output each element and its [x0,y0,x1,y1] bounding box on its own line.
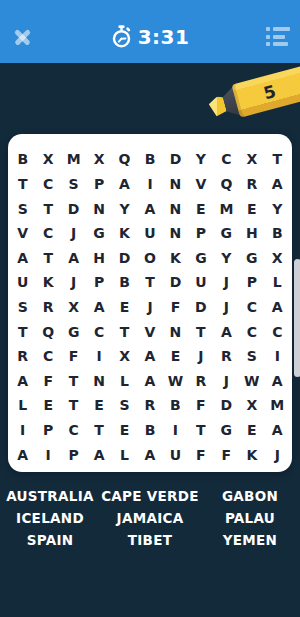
grid-cell-r11c2[interactable]: E [35,393,60,418]
grid-cell-r8c9[interactable]: A [214,319,239,344]
grid-cell-r5c11[interactable]: X [265,245,290,270]
word-search-screen: 3:31 5 BXMXQBDYCXTTCSPAINVQRASTDNYANEMEY… [0,0,300,617]
grid-cell-r3c5[interactable]: Y [112,196,137,221]
grid-cell-r4c7[interactable]: N [163,221,188,246]
grid-cell-r6c8[interactable]: U [188,270,213,295]
grid-cell-r13c4[interactable]: A [86,442,111,467]
grid-cell-r12c7[interactable]: I [163,418,188,443]
grid-cell-r7c9[interactable]: J [214,295,239,320]
grid-cell-r6c6[interactable]: T [137,270,162,295]
grid-cell-r5c7[interactable]: K [163,245,188,270]
grid-cell-r9c7[interactable]: E [163,344,188,369]
grid-cell-r10c10[interactable]: W [239,369,264,394]
grid-cell-r11c3[interactable]: T [61,393,86,418]
grid-cell-r12c3[interactable]: C [61,418,86,443]
grid-cell-r9c2[interactable]: C [35,344,60,369]
grid-cell-r8c6[interactable]: V [137,319,162,344]
grid-cell-r1c1[interactable]: B [10,147,35,172]
grid-cell-r3c3[interactable]: D [61,196,86,221]
highlighter-icon: 5 [232,65,300,118]
grid-cell-r3c6[interactable]: A [137,196,162,221]
grid-cell-r4c5[interactable]: K [112,221,137,246]
grid-cell-r13c1[interactable]: A [10,442,35,467]
close-icon [14,28,31,45]
grid-cell-r12c4[interactable]: T [86,418,111,443]
grid-cell-r7c3[interactable]: X [61,295,86,320]
grid-cell-r7c11[interactable]: A [265,295,290,320]
grid-cell-r5c2[interactable]: T [35,245,60,270]
grid-cell-r10c6[interactable]: A [137,369,162,394]
grid-cell-r3c10[interactable]: E [239,196,264,221]
hint-button[interactable]: 5 [205,60,300,127]
grid-cell-r13c6[interactable]: A [137,442,162,467]
grid-cell-r9c9[interactable]: R [214,344,239,369]
grid-cell-r7c2[interactable]: R [35,295,60,320]
grid-cell-r11c1[interactable]: L [10,393,35,418]
grid-cell-r2c3[interactable]: S [61,172,86,197]
grid-cell-r1c7[interactable]: D [163,147,188,172]
grid-cell-r9c4[interactable]: I [86,344,111,369]
grid-cell-r6c1[interactable]: U [10,270,35,295]
grid-cell-r6c10[interactable]: P [239,270,264,295]
grid-cell-r12c1[interactable]: I [10,418,35,443]
grid-cell-r12c11[interactable]: A [265,418,290,443]
grid-cell-r7c4[interactable]: A [86,295,111,320]
grid-cell-r2c2[interactable]: C [35,172,60,197]
grid-cell-r13c5[interactable]: L [112,442,137,467]
word-iceland: ICELAND [0,507,100,529]
grid-cell-r6c9[interactable]: J [214,270,239,295]
grid-cell-r8c10[interactable]: C [239,319,264,344]
grid-cell-r11c5[interactable]: S [112,393,137,418]
grid-cell-r9c11[interactable]: I [265,344,290,369]
grid-cell-r2c10[interactable]: R [239,172,264,197]
grid-cell-r5c1[interactable]: A [10,245,35,270]
grid-cell-r8c7[interactable]: N [163,319,188,344]
grid-cell-r3c4[interactable]: N [86,196,111,221]
word-list: AUSTRALIACAPE VERDEGABONICELANDJAMAICAPA… [0,485,300,551]
grid-cell-r4c11[interactable]: B [265,221,290,246]
grid-cell-r8c1[interactable]: T [10,319,35,344]
grid-cell-r7c5[interactable]: E [112,295,137,320]
grid-cell-r9c10[interactable]: S [239,344,264,369]
grid-cell-r5c9[interactable]: Y [214,245,239,270]
grid-cell-r11c9[interactable]: D [214,393,239,418]
grid-cell-r11c10[interactable]: X [239,393,264,418]
grid-cell-r5c5[interactable]: D [112,245,137,270]
grid-cell-r2c7[interactable]: N [163,172,188,197]
grid-cell-r10c11[interactable]: A [265,369,290,394]
grid-cell-r3c7[interactable]: N [163,196,188,221]
grid-cell-r7c1[interactable]: S [10,295,35,320]
grid-cell-r3c11[interactable]: Y [265,196,290,221]
grid-cell-r6c11[interactable]: L [265,270,290,295]
grid-cell-r12c2[interactable]: P [35,418,60,443]
grid-cell-r10c5[interactable]: L [112,369,137,394]
word-tibet: TIBET [100,529,200,551]
grid-cell-r2c4[interactable]: P [86,172,111,197]
grid-cell-r1c4[interactable]: X [86,147,111,172]
grid-cell-r7c7[interactable]: F [163,295,188,320]
grid-cell-r6c4[interactable]: P [86,270,111,295]
hint-count-badge: 5 [261,81,278,103]
grid-cell-r12c9[interactable]: G [214,418,239,443]
grid-cell-r5c10[interactable]: G [239,245,264,270]
grid-cell-r4c4[interactable]: G [86,221,111,246]
grid-cell-r10c8[interactable]: R [188,369,213,394]
grid-cell-r12c10[interactable]: E [239,418,264,443]
grid-cell-r8c5[interactable]: T [112,319,137,344]
grid-cell-r9c8[interactable]: J [188,344,213,369]
grid-cell-r4c3[interactable]: J [61,221,86,246]
grid-cell-r8c4[interactable]: C [86,319,111,344]
grid-cell-r10c3[interactable]: T [61,369,86,394]
top-bar: 3:31 [0,0,300,63]
grid-cell-r5c4[interactable]: H [86,245,111,270]
grid-cell-r12c6[interactable]: B [137,418,162,443]
grid-cell-r1c2[interactable]: X [35,147,60,172]
grid-cell-r13c9[interactable]: F [214,442,239,467]
grid-cell-r10c4[interactable]: N [86,369,111,394]
grid-cell-r4c8[interactable]: P [188,221,213,246]
grid-cell-r11c7[interactable]: B [163,393,188,418]
word-yemen: YEMEN [200,529,300,551]
word-palau: PALAU [200,507,300,529]
word-gabon: GABON [200,485,300,507]
grid-cell-r13c2[interactable]: I [35,442,60,467]
grid-cell-r1c3[interactable]: M [61,147,86,172]
grid-cell-r11c8[interactable]: F [188,393,213,418]
grid-cell-r9c5[interactable]: X [112,344,137,369]
grid-cell-r13c7[interactable]: U [163,442,188,467]
grid-cell-r4c2[interactable]: C [35,221,60,246]
grid-cell-r4c6[interactable]: U [137,221,162,246]
word-cape-verde: CAPE VERDE [100,485,200,507]
grid-cell-r8c2[interactable]: Q [35,319,60,344]
stopwatch-icon [111,25,132,48]
grid-cell-r11c11[interactable]: M [265,393,290,418]
grid-cell-r10c2[interactable]: F [35,369,60,394]
grid-cell-r13c8[interactable]: F [188,442,213,467]
grid-cell-r6c7[interactable]: D [163,270,188,295]
grid-cell-r2c5[interactable]: A [112,172,137,197]
puzzle-card: BXMXQBDYCXTTCSPAINVQRASTDNYANEMEYVCJGKUN… [8,134,292,472]
grid-cell-r9c6[interactable]: A [137,344,162,369]
timer-value: 3:31 [138,25,190,49]
grid-cell-r3c8[interactable]: E [188,196,213,221]
grid-cell-r3c1[interactable]: S [10,196,35,221]
grid-cell-r13c3[interactable]: P [61,442,86,467]
grid-cell-r4c9[interactable]: G [214,221,239,246]
grid-cell-r13c10[interactable]: K [239,442,264,467]
grid-cell-r9c3[interactable]: F [61,344,86,369]
grid-cell-r2c6[interactable]: I [137,172,162,197]
grid-cell-r7c8[interactable]: D [188,295,213,320]
grid-cell-r8c11[interactable]: C [265,319,290,344]
grid-cell-r10c7[interactable]: W [163,369,188,394]
grid-cell-r1c11[interactable]: T [265,147,290,172]
grid-cell-r5c3[interactable]: A [61,245,86,270]
timer: 3:31 [111,25,190,49]
close-button[interactable] [0,15,44,59]
scroll-indicator[interactable] [294,259,300,377]
grid-cell-r11c4[interactable]: E [86,393,111,418]
grid-cell-r8c8[interactable]: T [188,319,213,344]
grid-cell-r2c8[interactable]: V [188,172,213,197]
grid-cell-r2c11[interactable]: A [265,172,290,197]
grid-cell-r6c2[interactable]: K [35,270,60,295]
word-jamaica: JAMAICA [100,507,200,529]
grid-cell-r10c1[interactable]: A [10,369,35,394]
grid-cell-r8c3[interactable]: G [61,319,86,344]
word-spain: SPAIN [0,529,100,551]
grid-cell-r12c5[interactable]: E [112,418,137,443]
list-icon [266,27,290,46]
grid-cell-r6c3[interactable]: J [61,270,86,295]
letter-grid[interactable]: BXMXQBDYCXTTCSPAINVQRASTDNYANEMEYVCJGKUN… [8,134,292,472]
grid-cell-r11c6[interactable]: R [137,393,162,418]
grid-cell-r1c9[interactable]: C [214,147,239,172]
grid-cell-r1c8[interactable]: Y [188,147,213,172]
grid-cell-r1c5[interactable]: Q [112,147,137,172]
grid-cell-r9c1[interactable]: R [10,344,35,369]
grid-cell-r4c1[interactable]: V [10,221,35,246]
grid-cell-r6c5[interactable]: B [112,270,137,295]
grid-cell-r1c10[interactable]: X [239,147,264,172]
grid-cell-r13c11[interactable]: J [265,442,290,467]
grid-cell-r3c9[interactable]: M [214,196,239,221]
word-list-menu-button[interactable] [256,15,300,59]
grid-cell-r7c10[interactable]: C [239,295,264,320]
grid-cell-r7c6[interactable]: J [137,295,162,320]
grid-cell-r5c8[interactable]: G [188,245,213,270]
grid-cell-r4c10[interactable]: H [239,221,264,246]
grid-cell-r3c2[interactable]: T [35,196,60,221]
grid-cell-r10c9[interactable]: J [214,369,239,394]
word-australia: AUSTRALIA [0,485,100,507]
grid-cell-r12c8[interactable]: T [188,418,213,443]
grid-cell-r2c1[interactable]: T [10,172,35,197]
grid-cell-r1c6[interactable]: B [137,147,162,172]
grid-cell-r5c6[interactable]: O [137,245,162,270]
grid-cell-r2c9[interactable]: Q [214,172,239,197]
